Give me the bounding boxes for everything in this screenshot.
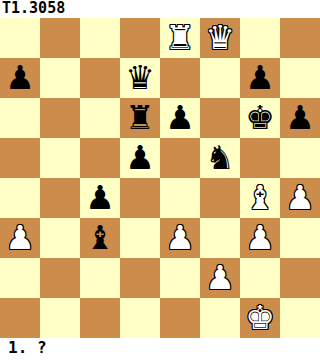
square-c6[interactable] (80, 98, 120, 138)
square-c3[interactable]: ♝ (80, 218, 120, 258)
square-d7[interactable]: ♛ (120, 58, 160, 98)
square-g2[interactable] (240, 258, 280, 298)
square-e5[interactable] (160, 138, 200, 178)
black-rook-d6: ♜ (125, 98, 155, 138)
square-g7[interactable]: ♟ (240, 58, 280, 98)
square-h2[interactable] (280, 258, 320, 298)
square-f7[interactable] (200, 58, 240, 98)
square-c2[interactable] (80, 258, 120, 298)
black-king-g6: ♚ (245, 98, 275, 138)
puzzle-page: T1.3058 ♜♛♟♛♟♜♟♚♟♟♞♟♝♟♟♝♟♟♟♚ 1. ? (0, 0, 320, 360)
square-g8[interactable] (240, 18, 280, 58)
white-pawn-h4: ♟ (285, 178, 315, 218)
white-queen-f8: ♛ (205, 18, 235, 58)
square-h6[interactable]: ♟ (280, 98, 320, 138)
square-c4[interactable]: ♟ (80, 178, 120, 218)
square-h3[interactable] (280, 218, 320, 258)
white-king-g1: ♚ (245, 298, 275, 338)
black-pawn-e6: ♟ (165, 98, 195, 138)
square-c7[interactable] (80, 58, 120, 98)
square-e7[interactable] (160, 58, 200, 98)
square-b3[interactable] (40, 218, 80, 258)
white-bishop-g4: ♝ (245, 178, 275, 218)
square-f1[interactable] (200, 298, 240, 338)
square-a8[interactable] (0, 18, 40, 58)
chess-board: ♜♛♟♛♟♜♟♚♟♟♞♟♝♟♟♝♟♟♟♚ (0, 18, 320, 338)
black-pawn-g7: ♟ (245, 58, 275, 98)
square-b5[interactable] (40, 138, 80, 178)
square-e8[interactable]: ♜ (160, 18, 200, 58)
square-d3[interactable] (120, 218, 160, 258)
square-b7[interactable] (40, 58, 80, 98)
square-e3[interactable]: ♟ (160, 218, 200, 258)
square-g4[interactable]: ♝ (240, 178, 280, 218)
square-b4[interactable] (40, 178, 80, 218)
square-a2[interactable] (0, 258, 40, 298)
square-f8[interactable]: ♛ (200, 18, 240, 58)
square-a7[interactable]: ♟ (0, 58, 40, 98)
square-h5[interactable] (280, 138, 320, 178)
square-f4[interactable] (200, 178, 240, 218)
square-g1[interactable]: ♚ (240, 298, 280, 338)
white-pawn-f2: ♟ (205, 258, 235, 298)
black-pawn-c4: ♟ (85, 178, 115, 218)
square-b1[interactable] (40, 298, 80, 338)
square-e4[interactable] (160, 178, 200, 218)
square-g6[interactable]: ♚ (240, 98, 280, 138)
white-pawn-g3: ♟ (245, 218, 275, 258)
white-pawn-a3: ♟ (5, 218, 35, 258)
square-h8[interactable] (280, 18, 320, 58)
square-e1[interactable] (160, 298, 200, 338)
square-c8[interactable] (80, 18, 120, 58)
puzzle-title: T1.3058 (0, 0, 320, 18)
square-f5[interactable]: ♞ (200, 138, 240, 178)
square-a6[interactable] (0, 98, 40, 138)
white-rook-e8: ♜ (165, 18, 195, 58)
square-a4[interactable] (0, 178, 40, 218)
square-a5[interactable] (0, 138, 40, 178)
square-b8[interactable] (40, 18, 80, 58)
black-queen-d7: ♛ (125, 58, 155, 98)
square-f6[interactable] (200, 98, 240, 138)
square-c5[interactable] (80, 138, 120, 178)
square-d4[interactable] (120, 178, 160, 218)
square-a3[interactable]: ♟ (0, 218, 40, 258)
square-f3[interactable] (200, 218, 240, 258)
black-bishop-c3: ♝ (85, 218, 115, 258)
square-d8[interactable] (120, 18, 160, 58)
square-d1[interactable] (120, 298, 160, 338)
square-d2[interactable] (120, 258, 160, 298)
black-pawn-d5: ♟ (125, 138, 155, 178)
square-f2[interactable]: ♟ (200, 258, 240, 298)
square-a1[interactable] (0, 298, 40, 338)
square-h7[interactable] (280, 58, 320, 98)
move-prompt: 1. ? (0, 338, 320, 360)
square-d5[interactable]: ♟ (120, 138, 160, 178)
square-b6[interactable] (40, 98, 80, 138)
white-pawn-e3: ♟ (165, 218, 195, 258)
square-b2[interactable] (40, 258, 80, 298)
square-h1[interactable] (280, 298, 320, 338)
black-knight-f5: ♞ (205, 138, 235, 178)
square-e6[interactable]: ♟ (160, 98, 200, 138)
square-e2[interactable] (160, 258, 200, 298)
square-g3[interactable]: ♟ (240, 218, 280, 258)
square-h4[interactable]: ♟ (280, 178, 320, 218)
square-c1[interactable] (80, 298, 120, 338)
square-d6[interactable]: ♜ (120, 98, 160, 138)
black-pawn-a7: ♟ (5, 58, 35, 98)
square-g5[interactable] (240, 138, 280, 178)
black-pawn-h6: ♟ (285, 98, 315, 138)
